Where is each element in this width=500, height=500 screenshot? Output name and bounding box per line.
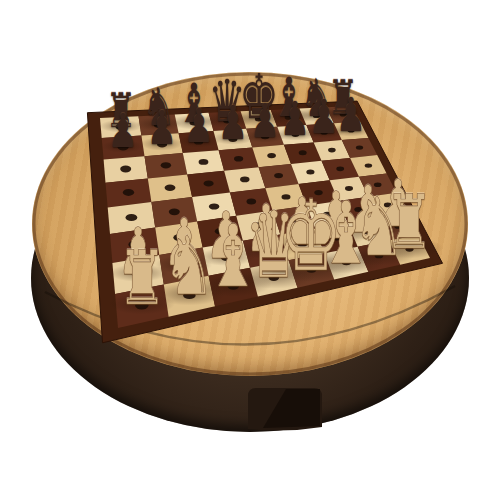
peg-hole <box>135 301 148 309</box>
peg-hole <box>204 180 214 186</box>
peg-hole <box>374 182 382 187</box>
peg-hole <box>348 128 355 132</box>
peg-hole <box>375 253 384 258</box>
peg-hole <box>406 247 414 252</box>
peg-hole <box>345 186 353 191</box>
peg-hole <box>118 144 129 151</box>
peg-hole <box>228 283 239 290</box>
peg-hole <box>128 241 140 249</box>
peg-hole <box>320 130 327 135</box>
peg-hole <box>336 166 344 171</box>
peg-hole <box>289 217 298 223</box>
peg-hole <box>132 270 145 278</box>
peg-hole <box>394 224 402 229</box>
peg-hole <box>332 235 341 240</box>
peg-hole <box>223 118 232 123</box>
peg-hole <box>255 117 263 122</box>
peg-hole <box>364 229 372 234</box>
peg-hole <box>314 190 322 195</box>
peg-hole <box>267 153 276 158</box>
peg-hole <box>161 162 171 168</box>
peg-hole <box>173 234 184 241</box>
peg-hole <box>292 132 300 137</box>
peg-hole <box>221 254 232 261</box>
peg-hole <box>323 212 332 217</box>
product-photo: ♜♞♝♛♚♝♞♜♟♟♟♟♟♟♟♟♟♟♟♟♟♟♟♟♜♞♝♛♚♝♞♜ <box>0 0 500 500</box>
peg-hole <box>354 207 362 212</box>
peg-hole <box>307 267 317 273</box>
peg-hole <box>169 208 180 215</box>
peg-hole <box>178 262 190 269</box>
peg-hole <box>120 166 131 173</box>
peg-hole <box>116 124 126 130</box>
peg-hole <box>340 112 347 116</box>
peg-hole <box>306 170 314 175</box>
peg-hole <box>313 114 320 118</box>
peg-hole <box>165 185 176 191</box>
peg-hole <box>247 199 257 205</box>
peg-hole <box>261 134 269 139</box>
peg-hole <box>183 292 195 299</box>
peg-hole <box>194 139 203 145</box>
peg-hole <box>125 214 137 221</box>
peg-hole <box>229 137 238 142</box>
peg-hole <box>269 275 280 281</box>
peg-hole <box>209 203 219 209</box>
peg-hole <box>253 222 263 228</box>
peg-hole <box>154 122 164 128</box>
peg-hole <box>240 177 249 183</box>
peg-hole <box>190 120 199 126</box>
peg-hole <box>234 156 243 162</box>
peg-hole <box>215 228 226 234</box>
peg-hole <box>328 148 336 153</box>
peg-hole <box>285 115 293 120</box>
peg-hole <box>199 159 209 165</box>
peg-hole <box>384 203 392 208</box>
peg-hole <box>299 150 307 155</box>
peg-hole <box>298 241 308 247</box>
peg-hole <box>342 260 351 266</box>
peg-hole <box>157 141 167 147</box>
peg-hole <box>261 247 271 253</box>
peg-hole <box>282 194 291 199</box>
peg-hole <box>365 163 372 167</box>
chess-board <box>0 0 500 500</box>
peg-hole <box>274 173 283 178</box>
peg-hole <box>123 189 134 196</box>
peg-hole <box>356 145 363 149</box>
